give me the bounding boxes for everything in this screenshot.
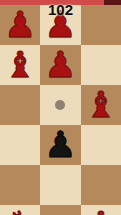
board: ♟♟♝♟♝♟♞♝ <box>0 5 121 215</box>
app-screen: ♟♟♝♟♝♟♞♝ 102 <box>0 0 121 215</box>
square-r6c3[interactable]: ♝ <box>81 205 121 215</box>
square-r3c2[interactable] <box>40 85 80 125</box>
square-r2c1[interactable]: ♝ <box>0 45 40 85</box>
square-r5c2[interactable] <box>40 165 80 205</box>
piece-rB: ♝ <box>85 205 117 215</box>
move-counter: 102 <box>0 1 121 18</box>
square-r3c3[interactable]: ♝ <box>81 85 121 125</box>
piece-rN: ♞ <box>4 205 36 215</box>
piece-bP: ♟ <box>44 125 76 165</box>
move-indicator-dot[interactable] <box>55 100 65 110</box>
square-r4c2[interactable]: ♟ <box>40 125 80 165</box>
square-r2c3[interactable] <box>81 45 121 85</box>
square-r5c1[interactable] <box>0 165 40 205</box>
square-r6c2[interactable] <box>40 205 80 215</box>
square-r2c2[interactable]: ♟ <box>40 45 80 85</box>
piece-rP: ♟ <box>44 45 76 85</box>
square-r4c1[interactable] <box>0 125 40 165</box>
square-r5c3[interactable] <box>81 165 121 205</box>
square-r4c3[interactable] <box>81 125 121 165</box>
square-r3c1[interactable] <box>0 85 40 125</box>
piece-rB: ♝ <box>85 85 117 125</box>
square-r6c1[interactable]: ♞ <box>0 205 40 215</box>
piece-rB: ♝ <box>4 45 36 85</box>
